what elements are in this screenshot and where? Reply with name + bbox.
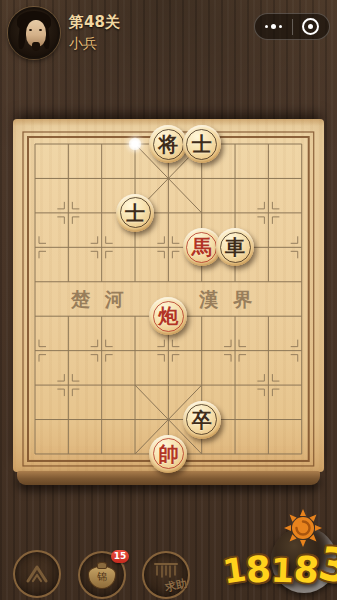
river-label-right: 漢界 xyxy=(185,287,281,313)
tips-count-badge: 15 xyxy=(111,550,129,563)
miniprogram-capsule xyxy=(254,13,330,40)
close-circle-icon xyxy=(302,18,319,35)
more-icon xyxy=(279,25,282,28)
piece-black-soldier[interactable]: 卒 xyxy=(183,401,221,439)
piece-red-horse[interactable]: 馬 xyxy=(183,228,221,266)
board-edge xyxy=(17,471,320,485)
18183-watermark: 18183 xyxy=(221,511,335,595)
last-move-marker xyxy=(128,137,142,151)
menu-button[interactable] xyxy=(13,550,61,598)
more-icon xyxy=(265,25,268,28)
chevron-up-icon xyxy=(23,561,51,587)
more-button[interactable] xyxy=(255,14,292,39)
river-label-left: 楚河 xyxy=(57,287,153,313)
xiangqi-board[interactable]: 楚河 漢界 将士士馬車炮卒帥 xyxy=(13,119,324,472)
puzzle-name: 小兵 xyxy=(69,35,97,53)
more-icon xyxy=(271,24,276,29)
avatar-beard xyxy=(32,42,40,51)
level-title: 第48关 xyxy=(69,13,120,32)
money-bag-icon: 锦 xyxy=(88,566,116,589)
piece-black-advisor[interactable]: 士 xyxy=(183,125,221,163)
tips-button[interactable]: 锦 15 xyxy=(78,551,126,599)
game-screen: 第48关 小兵 楚河 漢界 将士士馬車炮卒帥 锦 15 xyxy=(0,0,337,600)
bag-character: 锦 xyxy=(97,572,107,582)
watermark-digits: 18183 xyxy=(223,545,337,586)
piece-black-advisor[interactable]: 士 xyxy=(116,194,154,232)
help-button[interactable]: 求助 xyxy=(142,551,190,599)
close-button[interactable] xyxy=(293,14,330,39)
avatar[interactable] xyxy=(8,7,60,59)
help-label: 求助 xyxy=(164,576,189,595)
sun-icon xyxy=(282,507,324,549)
